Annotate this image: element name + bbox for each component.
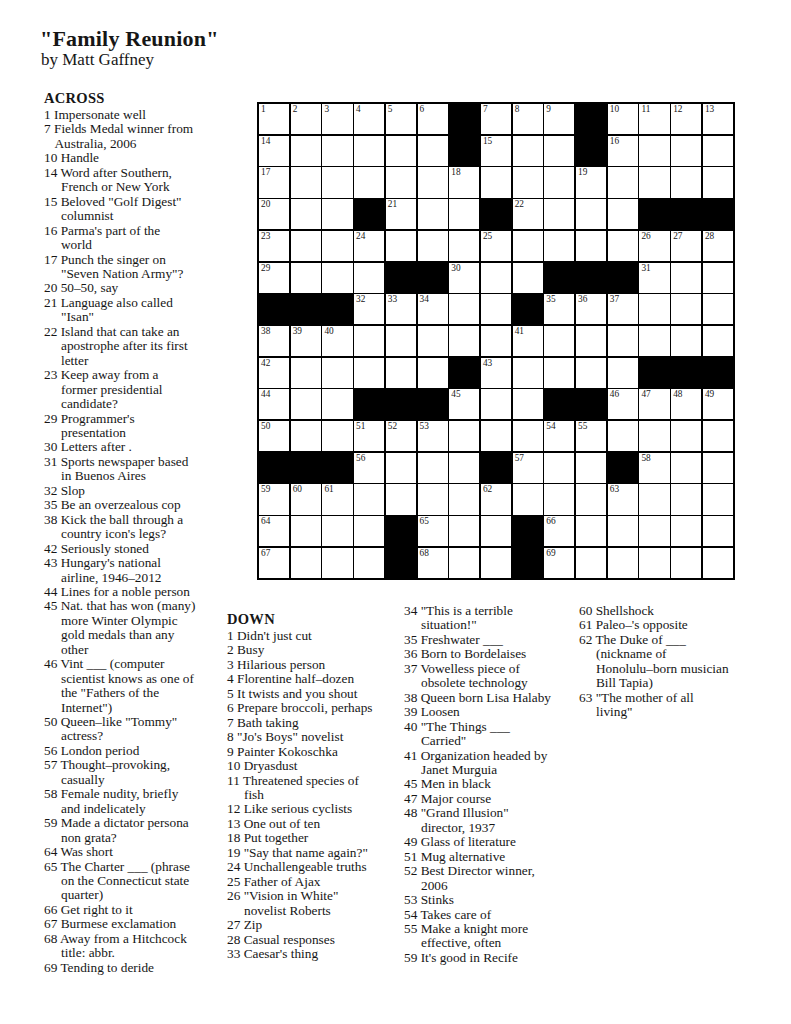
- clue-number: 10: [227, 758, 240, 773]
- cell-r5c1[interactable]: 23: [259, 231, 289, 261]
- clue-20: 20 50–50, say: [44, 281, 244, 295]
- cell-number-53: 53: [420, 421, 429, 431]
- clue-26: 26 "Vision in White" novelist Roberts: [227, 889, 403, 918]
- clue-text: "Grand Illusion" director, 1937: [421, 805, 509, 834]
- cell-r2c3[interactable]: [322, 136, 352, 166]
- cell-number-14: 14: [261, 136, 270, 146]
- cell-r15c3[interactable]: [322, 548, 352, 578]
- cell-r10c12[interactable]: 46: [608, 389, 638, 419]
- cell-number-67: 67: [261, 548, 270, 558]
- cell-r2c4[interactable]: [354, 136, 384, 166]
- clue-30: 30 Letters after .: [44, 440, 244, 454]
- clue-36: 36 Born to Bordelaises: [404, 647, 580, 661]
- cell-r5c13[interactable]: 26: [639, 231, 669, 261]
- clue-number: 31: [44, 454, 57, 469]
- cell-r9c9[interactable]: [513, 358, 543, 388]
- clue-text: Vowelless piece of obsolete technology: [420, 661, 527, 690]
- cell-r5c4[interactable]: 24: [354, 231, 384, 261]
- cell-number-2: 2: [293, 104, 298, 114]
- cell-number-28: 28: [705, 231, 714, 241]
- cell-r8c13[interactable]: [639, 326, 669, 356]
- cell-r9c5[interactable]: [386, 358, 416, 388]
- cell-r14c14[interactable]: [671, 516, 701, 546]
- clue-text: It twists and you shout: [237, 686, 357, 701]
- clue-40: 40 "The Things ___ Carried": [404, 720, 580, 749]
- cell-number-4: 4: [356, 104, 361, 114]
- clue-56: 56 London period: [44, 744, 244, 758]
- cell-r12c10[interactable]: [544, 453, 574, 483]
- cell-r14c15[interactable]: [703, 516, 733, 546]
- cell-r3c12[interactable]: [608, 167, 638, 197]
- cell-r13c3[interactable]: 61: [322, 484, 352, 514]
- cell-r13c10[interactable]: [544, 484, 574, 514]
- cell-r5c10[interactable]: [544, 231, 574, 261]
- cell-r3c8[interactable]: [481, 167, 511, 197]
- down-heading: DOWN: [227, 611, 403, 628]
- cell-r11c8[interactable]: [481, 421, 511, 451]
- cell-r8c10[interactable]: [544, 326, 574, 356]
- clue-number: 68: [44, 931, 57, 946]
- cell-r4c6[interactable]: [418, 199, 448, 229]
- cell-number-39: 39: [293, 326, 302, 336]
- cell-r14c7[interactable]: [449, 516, 479, 546]
- cell-r8c11[interactable]: [576, 326, 606, 356]
- clue-text: "Vision in White" novelist Roberts: [244, 888, 339, 917]
- clue-text: Takes care of: [420, 907, 491, 922]
- cell-r9c2[interactable]: [291, 358, 321, 388]
- cell-r1c8[interactable]: 7: [481, 104, 511, 134]
- cell-r2c15[interactable]: [703, 136, 733, 166]
- black-cell: [354, 389, 384, 419]
- clue-text: Put together: [244, 830, 309, 845]
- cell-r2c2[interactable]: [291, 136, 321, 166]
- cell-number-59: 59: [261, 484, 270, 494]
- cell-r2c6[interactable]: [418, 136, 448, 166]
- cell-number-68: 68: [420, 548, 429, 558]
- cell-number-18: 18: [451, 167, 460, 177]
- clue-59: 59 It's good in Recife: [404, 951, 580, 965]
- cell-number-17: 17: [261, 167, 270, 177]
- cell-r4c11[interactable]: [576, 199, 606, 229]
- clue-19: 19 "Say that name again?": [227, 846, 403, 860]
- cell-r7c11[interactable]: 36: [576, 294, 606, 324]
- cell-r13c7[interactable]: [449, 484, 479, 514]
- cell-r5c3[interactable]: [322, 231, 352, 261]
- cell-r3c14[interactable]: [671, 167, 701, 197]
- cell-r5c8[interactable]: 25: [481, 231, 511, 261]
- cell-r11c5[interactable]: 52: [386, 421, 416, 451]
- cell-r4c7[interactable]: [449, 199, 479, 229]
- cell-r13c9[interactable]: [513, 484, 543, 514]
- cell-r12c6[interactable]: [418, 453, 448, 483]
- clue-number: 58: [44, 786, 57, 801]
- cell-r6c1[interactable]: 29: [259, 263, 289, 293]
- clue-2: 2 Busy: [227, 643, 403, 657]
- clue-text: Zip: [244, 917, 262, 932]
- cell-r10c8[interactable]: [481, 389, 511, 419]
- clue-text: Stinks: [421, 892, 454, 907]
- clue-text: Paleo–'s opposite: [596, 617, 688, 632]
- clue-text: Slop: [61, 483, 85, 498]
- black-cell: [449, 358, 479, 388]
- cell-r11c4[interactable]: 51: [354, 421, 384, 451]
- clue-text: Major course: [421, 791, 492, 806]
- cell-r3c10[interactable]: [544, 167, 574, 197]
- clue-text: Nat. that has won (many) more Winter Oly…: [61, 598, 196, 656]
- cell-r6c3[interactable]: [322, 263, 352, 293]
- clue-number: 60: [579, 603, 592, 618]
- cell-r15c8[interactable]: [481, 548, 511, 578]
- cell-r13c2[interactable]: 60: [291, 484, 321, 514]
- cell-r10c3[interactable]: [322, 389, 352, 419]
- black-cell: [291, 294, 321, 324]
- cell-r7c6[interactable]: 34: [418, 294, 448, 324]
- cell-r12c14[interactable]: [671, 453, 701, 483]
- cell-number-69: 69: [546, 548, 555, 558]
- cell-r12c7[interactable]: [449, 453, 479, 483]
- black-cell: [703, 199, 733, 229]
- cell-r10c1[interactable]: 44: [259, 389, 289, 419]
- cell-r11c1[interactable]: 50: [259, 421, 289, 451]
- cell-r13c4[interactable]: [354, 484, 384, 514]
- clue-7: 7 Fields Medal winner from Australia, 20…: [44, 122, 244, 151]
- cell-r2c5[interactable]: [386, 136, 416, 166]
- clue-number: 7: [227, 715, 234, 730]
- clue-31: 31 Sports newspaper based in Buenos Aire…: [44, 455, 244, 484]
- cell-r6c14[interactable]: [671, 263, 701, 293]
- cell-r15c2[interactable]: [291, 548, 321, 578]
- cell-r4c5[interactable]: 21: [386, 199, 416, 229]
- clue-text: Female nudity, briefly and indelicately: [61, 786, 179, 815]
- cell-r6c4[interactable]: [354, 263, 384, 293]
- cell-r3c13[interactable]: [639, 167, 669, 197]
- clue-12: 12 Like serious cyclists: [227, 802, 403, 816]
- cell-r8c2[interactable]: 39: [291, 326, 321, 356]
- cell-r15c1[interactable]: 67: [259, 548, 289, 578]
- clue-number: 59: [404, 950, 417, 965]
- cell-r4c10[interactable]: [544, 199, 574, 229]
- cell-r15c4[interactable]: [354, 548, 384, 578]
- cell-r13c13[interactable]: [639, 484, 669, 514]
- cell-r12c4[interactable]: 56: [354, 453, 384, 483]
- clue-42: 42 Seriously stoned: [44, 542, 244, 556]
- cell-r9c6[interactable]: [418, 358, 448, 388]
- cell-r1c1[interactable]: 1: [259, 104, 289, 134]
- cell-r4c12[interactable]: [608, 199, 638, 229]
- cell-r12c9[interactable]: 57: [513, 453, 543, 483]
- cell-r7c8[interactable]: [481, 294, 511, 324]
- cell-r15c11[interactable]: [576, 548, 606, 578]
- cell-r11c7[interactable]: [449, 421, 479, 451]
- cell-r3c7[interactable]: 18: [449, 167, 479, 197]
- clue-number: 11: [227, 773, 240, 788]
- cell-r11c6[interactable]: 53: [418, 421, 448, 451]
- clue-number: 30: [44, 439, 57, 454]
- cell-number-23: 23: [261, 231, 270, 241]
- clue-text: Be an overzealous cop: [61, 497, 181, 512]
- cell-r1c2[interactable]: 2: [291, 104, 321, 134]
- cell-r9c4[interactable]: [354, 358, 384, 388]
- cell-r14c6[interactable]: 65: [418, 516, 448, 546]
- cell-r14c2[interactable]: [291, 516, 321, 546]
- cell-r9c12[interactable]: [608, 358, 638, 388]
- cell-r2c8[interactable]: 15: [481, 136, 511, 166]
- cell-number-62: 62: [483, 484, 492, 494]
- cell-r13c5[interactable]: [386, 484, 416, 514]
- across-heading: ACROSS: [44, 90, 244, 107]
- clue-61: 61 Paleo–'s opposite: [579, 618, 774, 632]
- cell-r3c1[interactable]: 17: [259, 167, 289, 197]
- cell-number-41: 41: [515, 326, 524, 336]
- down-clue-list-1: 1 Didn't just cut2 Busy3 Hilarious perso…: [227, 629, 403, 961]
- cell-r9c10[interactable]: [544, 358, 574, 388]
- cell-r9c3[interactable]: [322, 358, 352, 388]
- cell-r6c9[interactable]: [513, 263, 543, 293]
- cell-r3c9[interactable]: [513, 167, 543, 197]
- cell-r14c10[interactable]: 66: [544, 516, 574, 546]
- cell-r3c11[interactable]: 19: [576, 167, 606, 197]
- cell-r6c13[interactable]: 31: [639, 263, 669, 293]
- clue-25: 25 Father of Ajax: [227, 875, 403, 889]
- cell-r14c1[interactable]: 64: [259, 516, 289, 546]
- clue-text: Tending to deride: [60, 960, 154, 975]
- clue-54: 54 Takes care of: [404, 908, 580, 922]
- cell-r7c7[interactable]: [449, 294, 479, 324]
- clue-text: Handle: [61, 150, 99, 165]
- cell-r14c8[interactable]: [481, 516, 511, 546]
- cell-r6c7[interactable]: 30: [449, 263, 479, 293]
- cell-r3c3[interactable]: [322, 167, 352, 197]
- cell-r2c9[interactable]: [513, 136, 543, 166]
- clue-number: 35: [404, 632, 417, 647]
- cell-number-55: 55: [578, 421, 587, 431]
- clue-22: 22 Island that can take an apostrophe af…: [44, 325, 244, 368]
- cell-r13c8[interactable]: 62: [481, 484, 511, 514]
- cell-r8c5[interactable]: [386, 326, 416, 356]
- clue-number: 39: [404, 704, 417, 719]
- cell-r7c12[interactable]: 37: [608, 294, 638, 324]
- cell-r6c2[interactable]: [291, 263, 321, 293]
- cell-r14c4[interactable]: [354, 516, 384, 546]
- cell-r14c3[interactable]: [322, 516, 352, 546]
- cell-number-35: 35: [546, 294, 555, 304]
- cell-r7c5[interactable]: 33: [386, 294, 416, 324]
- black-cell: [544, 389, 574, 419]
- cell-r8c9[interactable]: 41: [513, 326, 543, 356]
- cell-r1c3[interactable]: 3: [322, 104, 352, 134]
- cell-r4c3[interactable]: [322, 199, 352, 229]
- cell-r11c15[interactable]: [703, 421, 733, 451]
- cell-r13c15[interactable]: [703, 484, 733, 514]
- clue-text: Keep away from a former presidential can…: [61, 367, 163, 411]
- cell-r11c2[interactable]: [291, 421, 321, 451]
- clue-text: Was short: [60, 844, 112, 859]
- cell-r4c9[interactable]: 22: [513, 199, 543, 229]
- cell-r2c12[interactable]: 16: [608, 136, 638, 166]
- cell-r10c9[interactable]: [513, 389, 543, 419]
- cell-r15c6[interactable]: 68: [418, 548, 448, 578]
- clue-number: 14: [44, 165, 57, 180]
- cell-r2c14[interactable]: [671, 136, 701, 166]
- cell-r14c12[interactable]: [608, 516, 638, 546]
- cell-r1c4[interactable]: 4: [354, 104, 384, 134]
- clue-text: Programmer's presentation: [61, 411, 135, 440]
- cell-r12c5[interactable]: [386, 453, 416, 483]
- cell-r4c2[interactable]: [291, 199, 321, 229]
- cell-r8c4[interactable]: [354, 326, 384, 356]
- cell-r5c6[interactable]: [418, 231, 448, 261]
- cell-r1c9[interactable]: 8: [513, 104, 543, 134]
- cell-r4c1[interactable]: 20: [259, 199, 289, 229]
- black-cell: [481, 453, 511, 483]
- cell-r10c7[interactable]: 45: [449, 389, 479, 419]
- cell-number-31: 31: [641, 263, 650, 273]
- black-cell: [418, 263, 448, 293]
- clue-14: 14 Word after Southern, French or New Yo…: [44, 166, 244, 195]
- clue-69: 69 Tending to deride: [44, 961, 244, 975]
- cell-r11c13[interactable]: [639, 421, 669, 451]
- cell-r8c1[interactable]: 38: [259, 326, 289, 356]
- cell-r11c11[interactable]: 55: [576, 421, 606, 451]
- cell-r3c15[interactable]: [703, 167, 733, 197]
- cell-r6c15[interactable]: [703, 263, 733, 293]
- black-cell: [386, 548, 416, 578]
- cell-r12c11[interactable]: [576, 453, 606, 483]
- cell-r5c7[interactable]: [449, 231, 479, 261]
- cell-r5c15[interactable]: 28: [703, 231, 733, 261]
- cell-r8c7[interactable]: [449, 326, 479, 356]
- cell-r1c6[interactable]: 6: [418, 104, 448, 134]
- cell-r11c9[interactable]: [513, 421, 543, 451]
- clue-number: 15: [44, 194, 57, 209]
- clue-9: 9 Painter Kokoschka: [227, 745, 403, 759]
- cell-r13c12[interactable]: 63: [608, 484, 638, 514]
- cell-r8c15[interactable]: [703, 326, 733, 356]
- cell-r5c9[interactable]: [513, 231, 543, 261]
- cell-r2c13[interactable]: [639, 136, 669, 166]
- cell-r11c10[interactable]: 54: [544, 421, 574, 451]
- cell-r8c12[interactable]: [608, 326, 638, 356]
- clue-49: 49 Glass of literature: [404, 835, 580, 849]
- cell-r5c5[interactable]: [386, 231, 416, 261]
- clue-number: 43: [44, 555, 57, 570]
- cell-r1c5[interactable]: 5: [386, 104, 416, 134]
- cell-r11c14[interactable]: [671, 421, 701, 451]
- cell-r5c11[interactable]: [576, 231, 606, 261]
- cell-r15c7[interactable]: [449, 548, 479, 578]
- cell-r8c14[interactable]: [671, 326, 701, 356]
- cell-r15c13[interactable]: [639, 548, 669, 578]
- black-cell: [386, 389, 416, 419]
- clue-6: 6 Prepare broccoli, perhaps: [227, 701, 403, 715]
- cell-r7c10[interactable]: 35: [544, 294, 574, 324]
- cell-r5c2[interactable]: [291, 231, 321, 261]
- cell-r10c13[interactable]: 47: [639, 389, 669, 419]
- down-clue-column-2: 34 "This is a terrible situation!"35 Fre…: [404, 604, 580, 965]
- cell-r9c1[interactable]: 42: [259, 358, 289, 388]
- cell-r13c1[interactable]: 59: [259, 484, 289, 514]
- cell-r12c15[interactable]: [703, 453, 733, 483]
- clue-text: Word after Southern, French or New York: [60, 165, 172, 194]
- black-cell: [354, 199, 384, 229]
- cell-r3c5[interactable]: [386, 167, 416, 197]
- cell-r1c13[interactable]: 11: [639, 104, 669, 134]
- clue-7: 7 Bath taking: [227, 716, 403, 730]
- cell-r10c2[interactable]: [291, 389, 321, 419]
- cell-number-37: 37: [610, 294, 619, 304]
- cell-r15c14[interactable]: [671, 548, 701, 578]
- cell-r15c10[interactable]: 69: [544, 548, 574, 578]
- cell-r12c13[interactable]: 58: [639, 453, 669, 483]
- clue-number: 3: [227, 657, 234, 672]
- cell-r11c3[interactable]: [322, 421, 352, 451]
- cell-r13c6[interactable]: [418, 484, 448, 514]
- puzzle-title: "Family Reunion": [40, 26, 219, 52]
- cell-r8c6[interactable]: [418, 326, 448, 356]
- clue-65: 65 The Charter ___ (phrase on the Connec…: [44, 860, 244, 903]
- black-cell: [639, 358, 669, 388]
- cell-r3c2[interactable]: [291, 167, 321, 197]
- cell-r5c12[interactable]: [608, 231, 638, 261]
- cell-r1c12[interactable]: 10: [608, 104, 638, 134]
- cell-r2c10[interactable]: [544, 136, 574, 166]
- cell-r7c13[interactable]: [639, 294, 669, 324]
- cell-r3c4[interactable]: [354, 167, 384, 197]
- clue-10: 10 Handle: [44, 151, 244, 165]
- clue-45: 45 Men in black: [404, 777, 580, 791]
- cell-r15c15[interactable]: [703, 548, 733, 578]
- cell-r3c6[interactable]: [418, 167, 448, 197]
- clue-text: The Charter ___ (phrase on the Connectic…: [60, 859, 190, 903]
- cell-number-29: 29: [261, 263, 270, 273]
- cell-r1c10[interactable]: 9: [544, 104, 574, 134]
- cell-r13c14[interactable]: [671, 484, 701, 514]
- cell-r10c14[interactable]: 48: [671, 389, 701, 419]
- clue-27: 27 Zip: [227, 918, 403, 932]
- cell-r7c4[interactable]: 32: [354, 294, 384, 324]
- cell-r6c8[interactable]: [481, 263, 511, 293]
- cell-r9c11[interactable]: [576, 358, 606, 388]
- clue-text: Bath taking: [237, 715, 299, 730]
- cell-r8c8[interactable]: [481, 326, 511, 356]
- black-cell: [259, 294, 289, 324]
- cell-r11c12[interactable]: [608, 421, 638, 451]
- cell-r5c14[interactable]: 27: [671, 231, 701, 261]
- clue-number: 69: [44, 960, 57, 975]
- clue-59: 59 Made a dictator persona non grata?: [44, 816, 244, 845]
- cell-r14c13[interactable]: [639, 516, 669, 546]
- cell-r10c15[interactable]: 49: [703, 389, 733, 419]
- cell-r1c14[interactable]: 12: [671, 104, 701, 134]
- cell-r7c14[interactable]: [671, 294, 701, 324]
- cell-r15c12[interactable]: [608, 548, 638, 578]
- down-clue-column-1: DOWN 1 Didn't just cut2 Busy3 Hilarious …: [227, 611, 403, 961]
- cell-r7c15[interactable]: [703, 294, 733, 324]
- clue-1: 1 Impersonate well: [44, 108, 244, 122]
- cell-number-52: 52: [388, 421, 397, 431]
- cell-r2c1[interactable]: 14: [259, 136, 289, 166]
- clue-number: 1: [227, 628, 234, 643]
- cell-r9c8[interactable]: 43: [481, 358, 511, 388]
- cell-r8c3[interactable]: 40: [322, 326, 352, 356]
- cell-r13c11[interactable]: [576, 484, 606, 514]
- clue-1: 1 Didn't just cut: [227, 629, 403, 643]
- clue-number: 2: [227, 642, 234, 657]
- cell-r14c11[interactable]: [576, 516, 606, 546]
- clue-text: Loosen: [421, 704, 460, 719]
- cell-r1c15[interactable]: 13: [703, 104, 733, 134]
- cell-number-34: 34: [420, 294, 429, 304]
